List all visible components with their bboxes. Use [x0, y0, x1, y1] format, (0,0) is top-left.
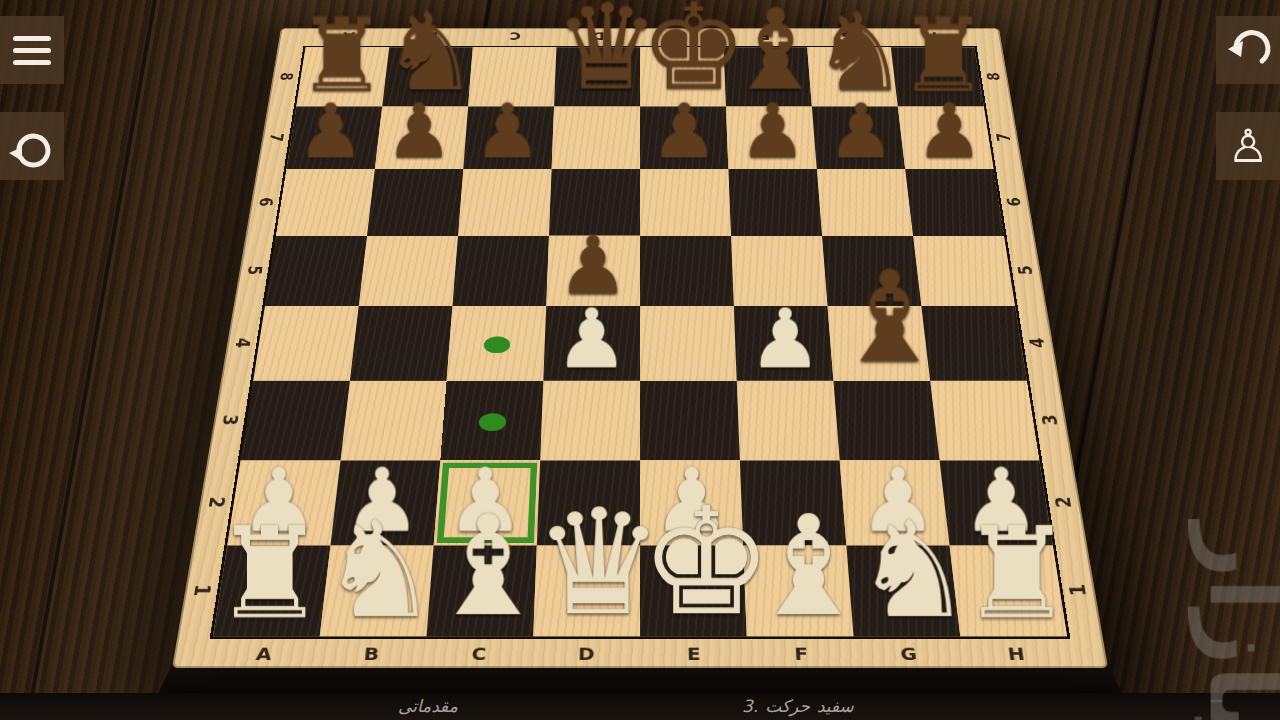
rank-label-right-1: 1	[1065, 578, 1092, 603]
bazaar-watermark: بازار	[1188, 523, 1280, 720]
rank-label-right-6: 6	[1003, 193, 1026, 211]
file-label-bottom-h: H	[1000, 643, 1033, 664]
square-d1[interactable]: ♛	[533, 545, 640, 636]
file-label-bottom-f: F	[786, 643, 817, 664]
square-c7[interactable]: ♟	[463, 107, 554, 170]
rank-label-right-7: 7	[993, 129, 1015, 146]
square-g7[interactable]: ♟	[812, 107, 905, 170]
move-word-1: حرکت	[765, 696, 810, 716]
square-e1[interactable]: ♚	[640, 545, 747, 636]
file-label-bottom-g: G	[893, 643, 925, 664]
chess-app-screen: ♜♞♛♚♝♞♜♟♟♟♟♟♟♟♟♟♟♝♟♟♟♟♟♟♜♞♝♛♚♝♞♜ 8877665…	[0, 0, 1280, 720]
file-label-top-a: A	[336, 30, 361, 43]
file-label-top-d: D	[587, 30, 610, 43]
piece-white-knight-b1[interactable]: ♞	[320, 503, 427, 636]
piece-black-pawn-c7[interactable]: ♟	[463, 94, 551, 169]
piece-black-pawn-h7[interactable]: ♟	[905, 94, 993, 169]
file-label-bottom-d: D	[571, 643, 601, 664]
rank-label-left-2: 2	[203, 490, 229, 514]
square-a1[interactable]: ♜	[213, 545, 330, 636]
file-label-bottom-b: B	[355, 643, 387, 664]
square-b1[interactable]: ♞	[320, 545, 434, 636]
rank-label-left-8: 8	[275, 68, 297, 84]
square-f7[interactable]: ♟	[726, 107, 817, 170]
piece-white-rook-h1[interactable]: ♜	[960, 510, 1067, 637]
chess-board: ♜♞♛♚♝♞♜♟♟♟♟♟♟♟♟♟♟♝♟♟♟♟♟♟♜♞♝♛♚♝♞♜ 8877665…	[172, 28, 1108, 668]
square-c1[interactable]: ♝	[426, 545, 536, 636]
rank-label-right-5: 5	[1014, 260, 1038, 280]
square-f1[interactable]: ♝	[743, 545, 853, 636]
piece-black-pawn-a7[interactable]: ♟	[286, 94, 374, 169]
square-h7[interactable]: ♟	[898, 107, 994, 170]
rank-label-right-4: 4	[1025, 332, 1050, 353]
file-label-top-f: F	[753, 30, 777, 43]
menu-button[interactable]	[0, 16, 64, 84]
rank-label-right-2: 2	[1051, 490, 1077, 514]
square-d8[interactable]: ♛	[554, 47, 640, 106]
board-scene: ♜♞♛♚♝♞♜♟♟♟♟♟♟♟♟♟♟♝♟♟♟♟♟♟♜♞♝♛♚♝♞♜ 8877665…	[172, 8, 1108, 668]
piece-black-pawn-b7[interactable]: ♟	[375, 94, 463, 169]
piece-black-pawn-f7[interactable]: ♟	[728, 94, 816, 169]
rank-label-left-4: 4	[230, 332, 255, 353]
file-label-top-c: C	[503, 30, 527, 43]
file-label-top-b: B	[420, 30, 444, 43]
square-h1[interactable]: ♜	[950, 545, 1067, 636]
piece-white-rook-a1[interactable]: ♜	[213, 510, 320, 637]
square-d4[interactable]: ♟	[543, 306, 640, 381]
square-b7[interactable]: ♟	[375, 107, 468, 170]
undo-arrow-icon	[1224, 26, 1272, 74]
piece-white-bishop-c1[interactable]: ♝	[426, 498, 533, 636]
square-g4[interactable]: ♝	[828, 306, 931, 381]
piece-black-pawn-g7[interactable]: ♟	[817, 94, 905, 169]
rank-label-left-7: 7	[265, 129, 287, 146]
file-label-bottom-e: E	[679, 643, 709, 664]
file-label-top-g: G	[836, 30, 860, 43]
rotate-board-button[interactable]	[0, 112, 64, 180]
square-a7[interactable]: ♟	[286, 107, 382, 170]
file-label-top-e: E	[670, 30, 693, 43]
square-f4[interactable]: ♟	[734, 306, 834, 381]
file-label-bottom-a: A	[248, 643, 281, 664]
piece-style-button[interactable]: ♙	[1216, 112, 1280, 180]
rank-label-right-3: 3	[1038, 409, 1063, 431]
rank-label-left-6: 6	[254, 193, 277, 211]
piece-white-pawn-f4[interactable]: ♟	[737, 298, 834, 380]
rank-label-left-1: 1	[188, 578, 215, 603]
piece-black-bishop-g4[interactable]: ♝	[833, 255, 930, 380]
level-label: مقدماتی	[398, 696, 458, 716]
file-label-bottom-c: C	[463, 643, 494, 664]
move-indicator: 3. حرکت سفید	[742, 696, 854, 716]
piece-white-pawn-d4[interactable]: ♟	[543, 298, 640, 380]
rotate-board-icon	[8, 122, 56, 170]
move-word-2: سفید	[817, 696, 854, 716]
rank-label-left-3: 3	[217, 409, 242, 431]
square-e7[interactable]: ♟	[640, 107, 728, 170]
rank-label-left-5: 5	[242, 260, 266, 280]
piece-white-queen-d1[interactable]: ♛	[533, 490, 640, 636]
undo-button[interactable]	[1216, 16, 1280, 84]
hamburger-menu-icon	[13, 32, 51, 68]
piece-white-bishop-f1[interactable]: ♝	[747, 498, 854, 636]
piece-white-king-e1[interactable]: ♚	[640, 488, 747, 636]
status-bar: مقدماتی 3. حرکت سفید	[0, 693, 1280, 720]
piece-black-queen-d8[interactable]: ♛	[554, 0, 640, 107]
piece-white-knight-g1[interactable]: ♞	[854, 503, 961, 636]
rank-label-right-8: 8	[983, 68, 1005, 84]
square-g1[interactable]: ♞	[846, 545, 960, 636]
move-number: 3.	[742, 696, 758, 716]
file-label-top-h: H	[919, 30, 944, 43]
piece-black-pawn-e7[interactable]: ♟	[640, 94, 728, 169]
pawn-outline-icon: ♙	[1227, 123, 1268, 169]
